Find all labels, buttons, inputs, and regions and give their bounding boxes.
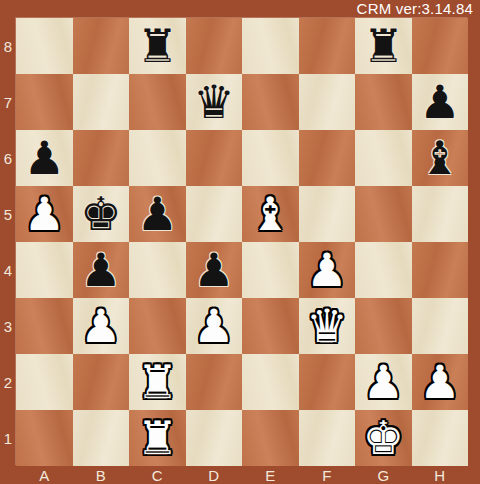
file-label-g: G [355,466,412,484]
square-g4[interactable] [355,242,412,298]
square-h1[interactable] [412,410,469,466]
black-pawn[interactable]: ♟ [419,74,460,130]
square-b1[interactable] [73,410,130,466]
square-b3[interactable]: ♟ [73,298,130,354]
square-d7[interactable]: ♛ [186,74,243,130]
square-h4[interactable] [412,242,469,298]
version-label: CRM ver:3.14.84 [357,0,473,18]
chess-board: ♜♜♛♟♟♝♟♚♟♝♟♟♟♟♟♛♜♟♟♜♚ [16,18,468,466]
square-d8[interactable] [186,18,243,74]
square-e6[interactable] [242,130,299,186]
square-h8[interactable] [412,18,469,74]
file-label-b: B [73,466,130,484]
square-c2[interactable]: ♜ [129,354,186,410]
rank-label-8: 8 [0,18,16,74]
square-c3[interactable] [129,298,186,354]
square-g3[interactable] [355,298,412,354]
black-queen[interactable]: ♛ [193,74,234,130]
rank-label-5: 5 [0,186,16,242]
square-f1[interactable] [299,410,356,466]
rank-label-1: 1 [0,410,16,466]
square-c5[interactable]: ♟ [129,186,186,242]
rank-label-6: 6 [0,130,16,186]
square-a1[interactable] [16,410,73,466]
file-label-d: D [186,466,243,484]
black-king[interactable]: ♚ [80,186,121,242]
square-c4[interactable] [129,242,186,298]
square-e1[interactable] [242,410,299,466]
square-b6[interactable] [73,130,130,186]
chess-app: CRM ver:3.14.84 87654321 ♜♜♛♟♟♝♟♚♟♝♟♟♟♟♟… [0,0,480,484]
square-c6[interactable] [129,130,186,186]
square-h5[interactable] [412,186,469,242]
square-d3[interactable]: ♟ [186,298,243,354]
square-g2[interactable]: ♟ [355,354,412,410]
square-c8[interactable]: ♜ [129,18,186,74]
square-f8[interactable] [299,18,356,74]
rank-label-2: 2 [0,354,16,410]
square-g8[interactable]: ♜ [355,18,412,74]
square-b5[interactable]: ♚ [73,186,130,242]
white-rook[interactable]: ♜ [137,354,178,410]
file-label-a: A [16,466,73,484]
black-pawn[interactable]: ♟ [24,130,65,186]
square-a4[interactable] [16,242,73,298]
square-h2[interactable]: ♟ [412,354,469,410]
square-e8[interactable] [242,18,299,74]
square-f7[interactable] [299,74,356,130]
square-a7[interactable] [16,74,73,130]
white-pawn[interactable]: ♟ [193,298,234,354]
white-bishop[interactable]: ♝ [250,186,291,242]
black-rook[interactable]: ♜ [363,18,404,74]
square-b8[interactable] [73,18,130,74]
square-e4[interactable] [242,242,299,298]
square-a6[interactable]: ♟ [16,130,73,186]
white-pawn[interactable]: ♟ [306,242,347,298]
square-b7[interactable] [73,74,130,130]
square-c7[interactable] [129,74,186,130]
square-h7[interactable]: ♟ [412,74,469,130]
square-d2[interactable] [186,354,243,410]
rank-labels: 87654321 [0,18,16,466]
square-g7[interactable] [355,74,412,130]
file-label-h: H [412,466,469,484]
square-a3[interactable] [16,298,73,354]
file-labels: ABCDEFGH [16,466,468,484]
white-king[interactable]: ♚ [363,410,404,466]
square-d5[interactable] [186,186,243,242]
rank-label-3: 3 [0,298,16,354]
square-f4[interactable]: ♟ [299,242,356,298]
rank-label-4: 4 [0,242,16,298]
white-queen[interactable]: ♛ [306,298,347,354]
black-pawn[interactable]: ♟ [80,242,121,298]
square-h3[interactable] [412,298,469,354]
square-c1[interactable]: ♜ [129,410,186,466]
square-d6[interactable] [186,130,243,186]
file-label-c: C [129,466,186,484]
white-pawn[interactable]: ♟ [24,186,65,242]
black-rook[interactable]: ♜ [137,18,178,74]
white-pawn[interactable]: ♟ [419,354,460,410]
square-a8[interactable] [16,18,73,74]
square-e3[interactable] [242,298,299,354]
white-pawn[interactable]: ♟ [363,354,404,410]
square-a5[interactable]: ♟ [16,186,73,242]
square-f3[interactable]: ♛ [299,298,356,354]
black-pawn[interactable]: ♟ [193,242,234,298]
square-d1[interactable] [186,410,243,466]
square-g6[interactable] [355,130,412,186]
square-g5[interactable] [355,186,412,242]
square-b4[interactable]: ♟ [73,242,130,298]
white-rook[interactable]: ♜ [137,410,178,466]
square-h6[interactable]: ♝ [412,130,469,186]
square-e7[interactable] [242,74,299,130]
square-d4[interactable]: ♟ [186,242,243,298]
square-g1[interactable]: ♚ [355,410,412,466]
square-a2[interactable] [16,354,73,410]
rank-label-7: 7 [0,74,16,130]
file-label-e: E [242,466,299,484]
white-pawn[interactable]: ♟ [80,298,121,354]
black-bishop[interactable]: ♝ [419,130,460,186]
square-e5[interactable]: ♝ [242,186,299,242]
top-bar: CRM ver:3.14.84 [0,0,480,18]
file-label-f: F [299,466,356,484]
square-f5[interactable] [299,186,356,242]
square-b2[interactable] [73,354,130,410]
square-f6[interactable] [299,130,356,186]
square-e2[interactable] [242,354,299,410]
black-pawn[interactable]: ♟ [137,186,178,242]
square-f2[interactable] [299,354,356,410]
